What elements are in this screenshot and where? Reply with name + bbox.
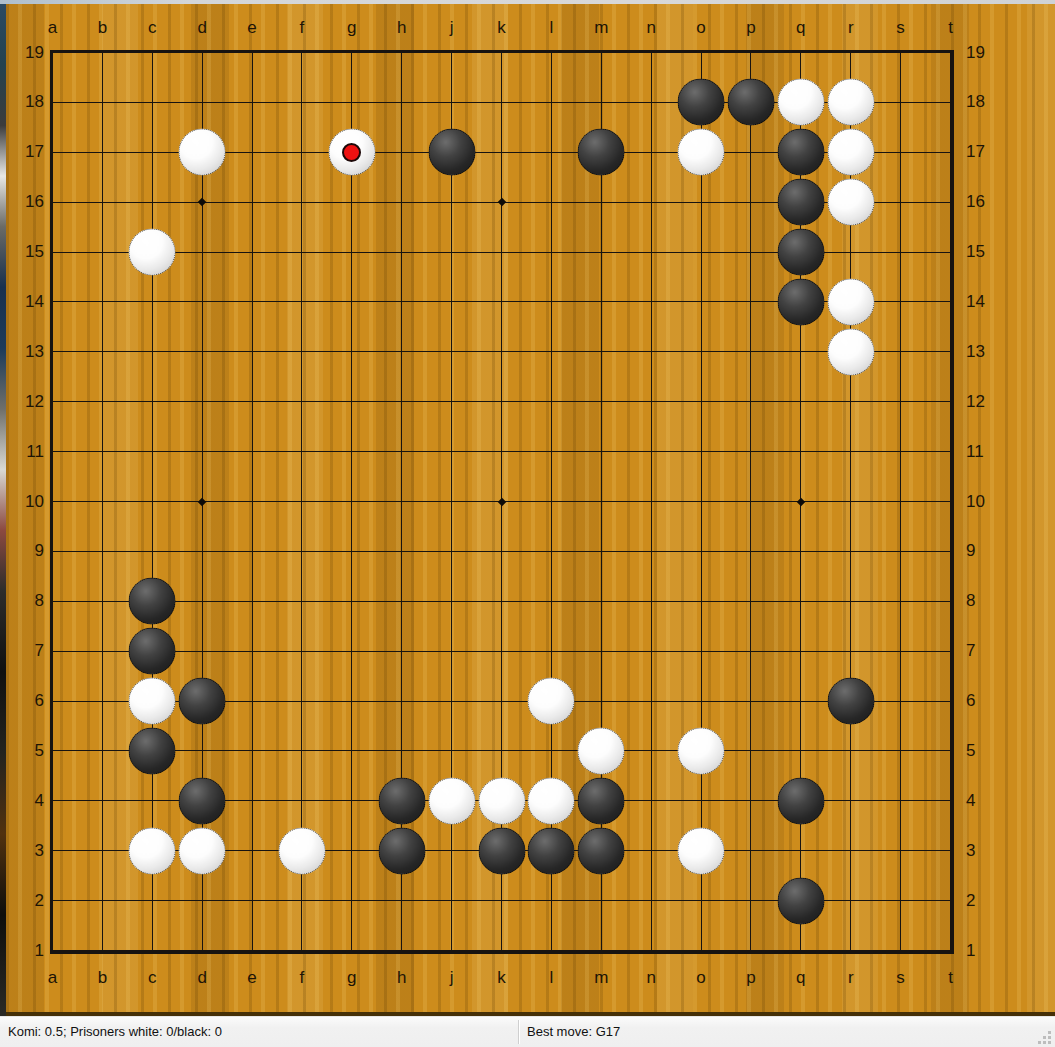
white-stone-c6[interactable] bbox=[129, 678, 176, 725]
black-stone-r6[interactable] bbox=[827, 678, 874, 725]
column-label-bottom: t bbox=[936, 968, 966, 988]
column-label-top: k bbox=[487, 18, 517, 38]
white-stone-r14[interactable] bbox=[827, 278, 874, 325]
column-label-top: p bbox=[736, 18, 766, 38]
row-label-left: 8 bbox=[6, 591, 44, 611]
column-label-bottom: n bbox=[636, 968, 666, 988]
status-best-move: Best move: G17 bbox=[527, 1017, 620, 1047]
row-label-right: 18 bbox=[966, 92, 1006, 112]
white-stone-o3[interactable] bbox=[678, 827, 725, 874]
column-label-bottom: j bbox=[437, 968, 467, 988]
column-label-top: m bbox=[586, 18, 616, 38]
white-stone-m5[interactable] bbox=[578, 727, 625, 774]
column-label-top: a bbox=[38, 18, 68, 38]
row-label-right: 1 bbox=[966, 941, 1006, 961]
resize-grip-icon[interactable] bbox=[1038, 1031, 1041, 1034]
row-label-right: 17 bbox=[966, 142, 1006, 162]
row-label-left: 17 bbox=[6, 142, 44, 162]
row-label-left: 7 bbox=[6, 641, 44, 661]
status-komi-prisoners: Komi: 0.5; Prisoners white: 0/black: 0 bbox=[8, 1017, 222, 1047]
row-label-right: 19 bbox=[966, 43, 1006, 63]
column-label-top: h bbox=[387, 18, 417, 38]
row-label-right: 4 bbox=[966, 791, 1006, 811]
go-app-window: aabbccddeeffgghhjjkkllmmnnooppqqrrsstt19… bbox=[0, 0, 1055, 1047]
row-label-left: 15 bbox=[6, 242, 44, 262]
row-label-right: 11 bbox=[966, 442, 1006, 462]
column-label-top: t bbox=[936, 18, 966, 38]
column-label-bottom: d bbox=[187, 968, 217, 988]
row-label-right: 10 bbox=[966, 492, 1006, 512]
black-stone-h3[interactable] bbox=[378, 827, 425, 874]
row-label-right: 12 bbox=[966, 392, 1006, 412]
row-label-left: 11 bbox=[6, 442, 44, 462]
column-label-top: d bbox=[187, 18, 217, 38]
black-stone-q2[interactable] bbox=[777, 877, 824, 924]
black-stone-q17[interactable] bbox=[777, 129, 824, 176]
white-stone-o17[interactable] bbox=[678, 129, 725, 176]
row-label-right: 14 bbox=[966, 292, 1006, 312]
black-stone-o18[interactable] bbox=[678, 79, 725, 126]
white-stone-g17[interactable] bbox=[328, 129, 375, 176]
row-label-left: 14 bbox=[6, 292, 44, 312]
row-label-left: 12 bbox=[6, 392, 44, 412]
row-label-right: 16 bbox=[966, 192, 1006, 212]
row-label-right: 2 bbox=[966, 891, 1006, 911]
row-label-left: 19 bbox=[6, 43, 44, 63]
column-label-bottom: b bbox=[87, 968, 117, 988]
row-label-left: 1 bbox=[6, 941, 44, 961]
white-stone-k4[interactable] bbox=[478, 777, 525, 824]
column-label-top: g bbox=[337, 18, 367, 38]
column-label-bottom: e bbox=[237, 968, 267, 988]
column-label-top: q bbox=[786, 18, 816, 38]
white-stone-f3[interactable] bbox=[278, 827, 325, 874]
row-label-right: 13 bbox=[966, 342, 1006, 362]
status-separator bbox=[518, 1020, 519, 1044]
column-label-top: r bbox=[836, 18, 866, 38]
white-stone-j4[interactable] bbox=[428, 777, 475, 824]
status-bar: Komi: 0.5; Prisoners white: 0/black: 0 B… bbox=[0, 1016, 1055, 1047]
row-label-right: 6 bbox=[966, 691, 1006, 711]
column-label-top: l bbox=[536, 18, 566, 38]
column-label-top: b bbox=[87, 18, 117, 38]
black-stone-q14[interactable] bbox=[777, 278, 824, 325]
black-stone-d4[interactable] bbox=[179, 777, 226, 824]
black-stone-h4[interactable] bbox=[378, 777, 425, 824]
white-stone-d17[interactable] bbox=[179, 129, 226, 176]
row-label-left: 10 bbox=[6, 492, 44, 512]
column-label-top: f bbox=[287, 18, 317, 38]
black-stone-k3[interactable] bbox=[478, 827, 525, 874]
black-stone-q15[interactable] bbox=[777, 229, 824, 276]
black-stone-c5[interactable] bbox=[129, 727, 176, 774]
column-label-top: n bbox=[636, 18, 666, 38]
column-label-bottom: m bbox=[586, 968, 616, 988]
black-stone-m17[interactable] bbox=[578, 129, 625, 176]
black-stone-l3[interactable] bbox=[528, 827, 575, 874]
column-label-bottom: r bbox=[836, 968, 866, 988]
black-stone-c8[interactable] bbox=[129, 578, 176, 625]
white-stone-l6[interactable] bbox=[528, 678, 575, 725]
row-label-left: 6 bbox=[6, 691, 44, 711]
column-label-top: j bbox=[437, 18, 467, 38]
row-label-left: 3 bbox=[6, 841, 44, 861]
row-label-right: 9 bbox=[966, 541, 1006, 561]
row-label-right: 3 bbox=[966, 841, 1006, 861]
column-label-bottom: p bbox=[736, 968, 766, 988]
column-label-bottom: a bbox=[38, 968, 68, 988]
black-stone-q16[interactable] bbox=[777, 179, 824, 226]
column-label-bottom: f bbox=[287, 968, 317, 988]
white-stone-r17[interactable] bbox=[827, 129, 874, 176]
black-stone-m4[interactable] bbox=[578, 777, 625, 824]
column-label-top: c bbox=[137, 18, 167, 38]
row-label-left: 18 bbox=[6, 92, 44, 112]
column-label-bottom: o bbox=[686, 968, 716, 988]
best-move-marker-icon bbox=[342, 143, 361, 162]
row-label-right: 5 bbox=[966, 741, 1006, 761]
row-label-left: 13 bbox=[6, 342, 44, 362]
column-label-bottom: q bbox=[786, 968, 816, 988]
black-stone-q4[interactable] bbox=[777, 777, 824, 824]
column-label-bottom: s bbox=[886, 968, 916, 988]
white-stone-r18[interactable] bbox=[827, 79, 874, 126]
row-label-left: 4 bbox=[6, 791, 44, 811]
white-stone-r13[interactable] bbox=[827, 328, 874, 375]
column-label-bottom: l bbox=[536, 968, 566, 988]
column-label-top: e bbox=[237, 18, 267, 38]
column-label-bottom: h bbox=[387, 968, 417, 988]
go-board[interactable]: aabbccddeeffgghhjjkkllmmnnooppqqrrsstt19… bbox=[6, 4, 1055, 1016]
column-label-top: o bbox=[686, 18, 716, 38]
white-stone-d3[interactable] bbox=[179, 827, 226, 874]
black-stone-p18[interactable] bbox=[727, 79, 774, 126]
row-label-left: 5 bbox=[6, 741, 44, 761]
column-label-bottom: k bbox=[487, 968, 517, 988]
row-label-left: 9 bbox=[6, 541, 44, 561]
row-label-right: 8 bbox=[966, 591, 1006, 611]
black-stone-j17[interactable] bbox=[428, 129, 475, 176]
column-label-bottom: c bbox=[137, 968, 167, 988]
black-stone-d6[interactable] bbox=[179, 678, 226, 725]
column-label-top: s bbox=[886, 18, 916, 38]
white-stone-q18[interactable] bbox=[777, 79, 824, 126]
black-stone-m3[interactable] bbox=[578, 827, 625, 874]
white-stone-l4[interactable] bbox=[528, 777, 575, 824]
row-label-left: 16 bbox=[6, 192, 44, 212]
white-stone-o5[interactable] bbox=[678, 727, 725, 774]
white-stone-r16[interactable] bbox=[827, 179, 874, 226]
row-label-right: 15 bbox=[966, 242, 1006, 262]
row-label-right: 7 bbox=[966, 641, 1006, 661]
white-stone-c3[interactable] bbox=[129, 827, 176, 874]
row-label-left: 2 bbox=[6, 891, 44, 911]
white-stone-c15[interactable] bbox=[129, 229, 176, 276]
column-label-bottom: g bbox=[337, 968, 367, 988]
black-stone-c7[interactable] bbox=[129, 628, 176, 675]
